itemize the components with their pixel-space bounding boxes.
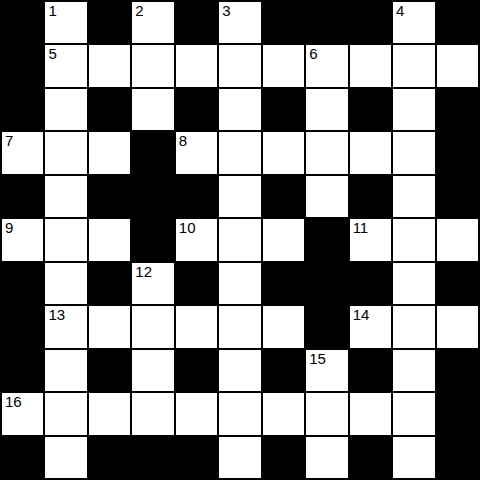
cell-r7c6[interactable]: [263, 306, 304, 347]
block-cell-r10c0: [2, 437, 43, 478]
cell-r7c1[interactable]: 13: [45, 306, 86, 347]
cell-r4c7[interactable]: [306, 176, 347, 217]
cell-r9c8[interactable]: [350, 393, 391, 434]
clue-number-14: 14: [353, 307, 370, 324]
block-cell-r0c10: [437, 2, 478, 43]
cell-r1c5[interactable]: [219, 45, 260, 86]
cell-r5c1[interactable]: [45, 219, 86, 260]
block-cell-r2c0: [2, 89, 43, 130]
block-cell-r6c6: [263, 263, 304, 304]
crossword-puzzle: 12345678910111213141516: [0, 0, 480, 480]
clue-number-2: 2: [135, 3, 143, 20]
cell-r1c9[interactable]: [393, 45, 434, 86]
cell-r3c4[interactable]: 8: [176, 132, 217, 173]
block-cell-r1c0: [2, 45, 43, 86]
cell-r1c10[interactable]: [437, 45, 478, 86]
cell-r3c8[interactable]: [350, 132, 391, 173]
clue-number-6: 6: [309, 46, 317, 63]
crossword-grid: 12345678910111213141516: [0, 0, 480, 480]
cell-r7c9[interactable]: [393, 306, 434, 347]
block-cell-r8c4: [176, 350, 217, 391]
cell-r5c8[interactable]: 11: [350, 219, 391, 260]
cell-r4c1[interactable]: [45, 176, 86, 217]
clue-number-5: 5: [48, 46, 56, 63]
cell-r7c10[interactable]: [437, 306, 478, 347]
cell-r6c1[interactable]: [45, 263, 86, 304]
block-cell-r0c6: [263, 2, 304, 43]
cell-r2c7[interactable]: [306, 89, 347, 130]
cell-r3c5[interactable]: [219, 132, 260, 173]
cell-r7c5[interactable]: [219, 306, 260, 347]
cell-r0c5[interactable]: 3: [219, 2, 260, 43]
cell-r3c9[interactable]: [393, 132, 434, 173]
block-cell-r9c10: [437, 393, 478, 434]
cell-r3c6[interactable]: [263, 132, 304, 173]
cell-r5c5[interactable]: [219, 219, 260, 260]
cell-r9c4[interactable]: [176, 393, 217, 434]
cell-r9c6[interactable]: [263, 393, 304, 434]
cell-r2c3[interactable]: [132, 89, 173, 130]
block-cell-r7c7: [306, 306, 347, 347]
cell-r0c1[interactable]: 1: [45, 2, 86, 43]
block-cell-r4c10: [437, 176, 478, 217]
cell-r10c7[interactable]: [306, 437, 347, 478]
block-cell-r0c8: [350, 2, 391, 43]
cell-r1c3[interactable]: [132, 45, 173, 86]
block-cell-r6c8: [350, 263, 391, 304]
cell-r5c0[interactable]: 9: [2, 219, 43, 260]
cell-r9c2[interactable]: [89, 393, 130, 434]
cell-r9c7[interactable]: [306, 393, 347, 434]
block-cell-r8c8: [350, 350, 391, 391]
block-cell-r2c6: [263, 89, 304, 130]
block-cell-r8c10: [437, 350, 478, 391]
block-cell-r4c6: [263, 176, 304, 217]
clue-number-7: 7: [5, 133, 13, 150]
block-cell-r4c2: [89, 176, 130, 217]
block-cell-r10c2: [89, 437, 130, 478]
cell-r5c10[interactable]: [437, 219, 478, 260]
clue-number-4: 4: [396, 3, 404, 20]
block-cell-r8c6: [263, 350, 304, 391]
block-cell-r7c0: [2, 306, 43, 347]
block-cell-r5c7: [306, 219, 347, 260]
clue-number-12: 12: [135, 264, 152, 281]
cell-r5c9[interactable]: [393, 219, 434, 260]
cell-r7c2[interactable]: [89, 306, 130, 347]
cell-r1c1[interactable]: 5: [45, 45, 86, 86]
block-cell-r6c10: [437, 263, 478, 304]
cell-r6c3[interactable]: 12: [132, 263, 173, 304]
clue-number-9: 9: [5, 220, 13, 237]
block-cell-r0c4: [176, 2, 217, 43]
cell-r6c9[interactable]: [393, 263, 434, 304]
block-cell-r10c10: [437, 437, 478, 478]
cell-r3c0[interactable]: 7: [2, 132, 43, 173]
cell-r5c2[interactable]: [89, 219, 130, 260]
cell-r0c3[interactable]: 2: [132, 2, 173, 43]
clue-number-13: 13: [48, 307, 65, 324]
block-cell-r10c8: [350, 437, 391, 478]
block-cell-r8c2: [89, 350, 130, 391]
cell-r10c1[interactable]: [45, 437, 86, 478]
cell-r7c8[interactable]: 14: [350, 306, 391, 347]
block-cell-r2c10: [437, 89, 478, 130]
block-cell-r4c3: [132, 176, 173, 217]
cell-r4c5[interactable]: [219, 176, 260, 217]
cell-r8c3[interactable]: [132, 350, 173, 391]
clue-number-1: 1: [48, 3, 56, 20]
cell-r10c9[interactable]: [393, 437, 434, 478]
block-cell-r3c3: [132, 132, 173, 173]
block-cell-r4c8: [350, 176, 391, 217]
clue-number-16: 16: [5, 394, 22, 411]
cell-r3c2[interactable]: [89, 132, 130, 173]
cell-r3c1[interactable]: [45, 132, 86, 173]
cell-r9c0[interactable]: 16: [2, 393, 43, 434]
cell-r2c9[interactable]: [393, 89, 434, 130]
cell-r2c5[interactable]: [219, 89, 260, 130]
cell-r7c3[interactable]: [132, 306, 173, 347]
cell-r9c9[interactable]: [393, 393, 434, 434]
clue-number-11: 11: [353, 220, 369, 237]
block-cell-r0c2: [89, 2, 130, 43]
block-cell-r2c2: [89, 89, 130, 130]
cell-r1c8[interactable]: [350, 45, 391, 86]
block-cell-r2c8: [350, 89, 391, 130]
block-cell-r6c7: [306, 263, 347, 304]
cell-r8c5[interactable]: [219, 350, 260, 391]
cell-r0c9[interactable]: 4: [393, 2, 434, 43]
cell-r9c3[interactable]: [132, 393, 173, 434]
block-cell-r5c3: [132, 219, 173, 260]
block-cell-r10c3: [132, 437, 173, 478]
cell-r4c9[interactable]: [393, 176, 434, 217]
clue-number-10: 10: [179, 220, 196, 237]
block-cell-r0c0: [2, 2, 43, 43]
block-cell-r6c4: [176, 263, 217, 304]
cell-r9c1[interactable]: [45, 393, 86, 434]
cell-r5c6[interactable]: [263, 219, 304, 260]
cell-r2c1[interactable]: [45, 89, 86, 130]
block-cell-r10c4: [176, 437, 217, 478]
cell-r8c9[interactable]: [393, 350, 434, 391]
block-cell-r0c7: [306, 2, 347, 43]
block-cell-r6c2: [89, 263, 130, 304]
cell-r7c4[interactable]: [176, 306, 217, 347]
cell-r8c7[interactable]: 15: [306, 350, 347, 391]
cell-r8c1[interactable]: [45, 350, 86, 391]
block-cell-r4c4: [176, 176, 217, 217]
cell-r10c5[interactable]: [219, 437, 260, 478]
block-cell-r3c10: [437, 132, 478, 173]
block-cell-r8c0: [2, 350, 43, 391]
clue-number-3: 3: [222, 3, 230, 20]
cell-r3c7[interactable]: [306, 132, 347, 173]
block-cell-r2c4: [176, 89, 217, 130]
block-cell-r6c0: [2, 263, 43, 304]
clue-number-8: 8: [179, 133, 187, 150]
cell-r1c7[interactable]: 6: [306, 45, 347, 86]
cell-r1c6[interactable]: [263, 45, 304, 86]
cell-r1c2[interactable]: [89, 45, 130, 86]
clue-number-15: 15: [309, 351, 326, 368]
block-cell-r4c0: [2, 176, 43, 217]
cell-r1c4[interactable]: [176, 45, 217, 86]
block-cell-r10c6: [263, 437, 304, 478]
cell-r9c5[interactable]: [219, 393, 260, 434]
cell-r5c4[interactable]: 10: [176, 219, 217, 260]
cell-r6c5[interactable]: [219, 263, 260, 304]
